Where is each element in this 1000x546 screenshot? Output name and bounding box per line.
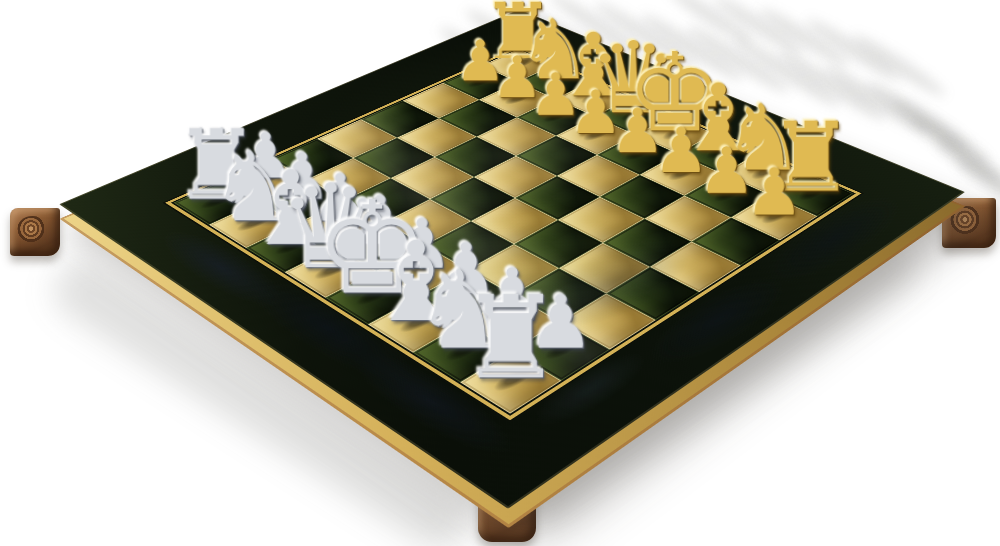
chess-piece-glyph: ♜ bbox=[460, 281, 563, 395]
scene: ♜♞♝♛♚♝♞♜♟♟♟♟♟♟♟♟♟♟♟♟♟♟♟♟♜♞♝♛♚♝♞♜ bbox=[0, 0, 1000, 546]
chess-set-photo: ♜♞♝♛♚♝♞♜♟♟♟♟♟♟♟♟♟♟♟♟♟♟♟♟♜♞♝♛♚♝♞♜ bbox=[0, 0, 1000, 546]
chess-piece-glyph: ♟ bbox=[745, 159, 804, 224]
chess-board: ♜♞♝♛♚♝♞♜♟♟♟♟♟♟♟♟♟♟♟♟♟♟♟♟♜♞♝♛♚♝♞♜ bbox=[59, 9, 965, 508]
